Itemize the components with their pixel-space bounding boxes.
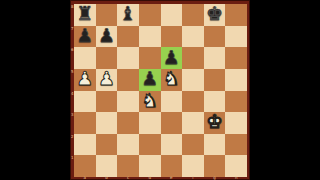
square-a6[interactable] (74, 47, 96, 69)
square-b4[interactable] (96, 91, 118, 113)
square-d3[interactable] (139, 112, 161, 134)
black-bishop-c8[interactable]: ♝ (120, 4, 137, 23)
square-f1[interactable] (182, 155, 204, 177)
square-e2[interactable] (161, 134, 183, 156)
file-label-g: g (213, 176, 216, 180)
black-pawn-b7[interactable]: ♟ (98, 26, 115, 45)
square-e3[interactable] (161, 112, 183, 134)
square-b3[interactable] (96, 112, 118, 134)
square-a1[interactable] (74, 155, 96, 177)
square-e1[interactable] (161, 155, 183, 177)
white-knight-e5[interactable]: ♞ (163, 69, 180, 88)
square-a2[interactable] (74, 134, 96, 156)
square-h5[interactable] (225, 69, 247, 91)
rank-label-2: 2 (71, 135, 74, 139)
square-c3[interactable] (117, 112, 139, 134)
square-f2[interactable] (182, 134, 204, 156)
square-g8[interactable]: ♚ (204, 4, 226, 26)
square-c7[interactable] (117, 26, 139, 48)
square-a5[interactable]: ♟ (74, 69, 96, 91)
file-label-a: a (84, 176, 86, 180)
square-f4[interactable] (182, 91, 204, 113)
black-rook-a8[interactable]: ♜ (76, 4, 93, 23)
square-c8[interactable]: ♝ (117, 4, 139, 26)
file-label-d: d (148, 176, 151, 180)
white-pawn-b5[interactable]: ♟ (98, 69, 115, 88)
square-g4[interactable] (204, 91, 226, 113)
square-d4[interactable]: ♞ (139, 91, 161, 113)
square-f5[interactable] (182, 69, 204, 91)
black-king-g8[interactable]: ♚ (206, 4, 223, 23)
file-label-c: c (127, 176, 129, 180)
rank-label-3: 3 (71, 113, 74, 117)
square-c2[interactable] (117, 134, 139, 156)
square-d5[interactable]: ♟ (139, 69, 161, 91)
square-g5[interactable] (204, 69, 226, 91)
rank-label-5: 5 (71, 70, 74, 74)
square-e4[interactable] (161, 91, 183, 113)
square-b2[interactable] (96, 134, 118, 156)
black-pawn-d5[interactable]: ♟ (141, 69, 158, 88)
file-label-b: b (105, 176, 108, 180)
square-h7[interactable] (225, 26, 247, 48)
square-f7[interactable] (182, 26, 204, 48)
square-a7[interactable]: ♟ (74, 26, 96, 48)
square-e6[interactable]: ♟ (161, 47, 183, 69)
square-g3[interactable]: ♚ (204, 112, 226, 134)
square-c4[interactable] (117, 91, 139, 113)
square-d7[interactable] (139, 26, 161, 48)
square-d6[interactable] (139, 47, 161, 69)
square-h2[interactable] (225, 134, 247, 156)
square-d1[interactable] (139, 155, 161, 177)
chess-board: ♜♝♚♟♟♟♟♟♟♞♞♚ (74, 4, 247, 177)
rank-label-8: 8 (71, 5, 74, 9)
black-pawn-e6[interactable]: ♟ (163, 48, 180, 67)
square-e7[interactable] (161, 26, 183, 48)
square-h8[interactable] (225, 4, 247, 26)
square-e8[interactable] (161, 4, 183, 26)
screenshot-stage: ♜♝♚♟♟♟♟♟♟♞♞♚ abcdefgh87654321 (0, 0, 320, 180)
square-h1[interactable] (225, 155, 247, 177)
square-g7[interactable] (204, 26, 226, 48)
square-c1[interactable] (117, 155, 139, 177)
black-pawn-a7[interactable]: ♟ (76, 26, 93, 45)
square-b6[interactable] (96, 47, 118, 69)
square-h3[interactable] (225, 112, 247, 134)
file-label-f: f (192, 176, 193, 180)
square-h4[interactable] (225, 91, 247, 113)
square-g6[interactable] (204, 47, 226, 69)
rank-label-1: 1 (71, 156, 74, 160)
file-label-h: h (235, 176, 238, 180)
white-pawn-a5[interactable]: ♟ (76, 69, 93, 88)
square-d2[interactable] (139, 134, 161, 156)
rank-label-6: 6 (71, 48, 74, 52)
white-king-g3[interactable]: ♚ (206, 112, 223, 131)
square-g2[interactable] (204, 134, 226, 156)
square-a3[interactable] (74, 112, 96, 134)
square-b1[interactable] (96, 155, 118, 177)
rank-label-7: 7 (71, 27, 74, 31)
square-f3[interactable] (182, 112, 204, 134)
square-c6[interactable] (117, 47, 139, 69)
board-frame: ♜♝♚♟♟♟♟♟♟♞♞♚ abcdefgh87654321 (70, 0, 250, 180)
square-g1[interactable] (204, 155, 226, 177)
rank-label-4: 4 (71, 92, 74, 96)
square-b8[interactable] (96, 4, 118, 26)
square-b5[interactable]: ♟ (96, 69, 118, 91)
square-a8[interactable]: ♜ (74, 4, 96, 26)
square-e5[interactable]: ♞ (161, 69, 183, 91)
square-c5[interactable] (117, 69, 139, 91)
square-d8[interactable] (139, 4, 161, 26)
square-f6[interactable] (182, 47, 204, 69)
square-f8[interactable] (182, 4, 204, 26)
file-label-e: e (170, 176, 172, 180)
square-a4[interactable] (74, 91, 96, 113)
square-b7[interactable]: ♟ (96, 26, 118, 48)
white-knight-d4[interactable]: ♞ (141, 91, 158, 110)
square-h6[interactable] (225, 47, 247, 69)
